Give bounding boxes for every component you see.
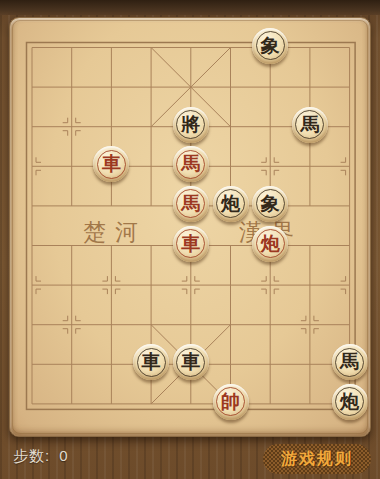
piece-glyph: 炮 (332, 384, 368, 420)
piece-glyph: 馬 (292, 107, 328, 143)
piece-glyph: 炮 (213, 186, 249, 222)
move-counter: 步数:0 (13, 447, 69, 466)
piece-black-horse[interactable]: 馬 (332, 344, 368, 380)
piece-glyph: 馬 (173, 146, 209, 182)
top-wood-band (0, 0, 380, 15)
move-count-label: 步数: (13, 447, 50, 464)
piece-black-horse[interactable]: 馬 (292, 107, 328, 143)
piece-glyph: 車 (173, 344, 209, 380)
piece-red-cannon[interactable]: 炮 (252, 226, 288, 262)
piece-black-elephant[interactable]: 象 (252, 28, 288, 64)
move-count-value: 0 (59, 447, 68, 464)
piece-red-horse[interactable]: 馬 (173, 186, 209, 222)
piece-glyph: 炮 (252, 226, 288, 262)
xiangqi-board[interactable]: 楚河 漢界 象將馬車馬馬炮象車炮車車馬帥炮 (9, 17, 371, 437)
piece-glyph: 帥 (213, 384, 249, 420)
game-rules-button[interactable]: 游戏规则 (263, 444, 371, 474)
piece-glyph: 象 (252, 186, 288, 222)
piece-black-chariot[interactable]: 車 (173, 344, 209, 380)
piece-glyph: 象 (252, 28, 288, 64)
piece-red-chariot[interactable]: 車 (173, 226, 209, 262)
piece-glyph: 車 (173, 226, 209, 262)
piece-black-general[interactable]: 將 (173, 107, 209, 143)
piece-black-cannon[interactable]: 炮 (332, 384, 368, 420)
piece-glyph: 車 (93, 146, 129, 182)
river-label-left: 楚河 (83, 217, 147, 248)
piece-glyph: 將 (173, 107, 209, 143)
piece-red-chariot[interactable]: 車 (93, 146, 129, 182)
piece-red-general[interactable]: 帥 (213, 384, 249, 420)
status-bar: 步数:0 游戏规则 (0, 437, 380, 479)
piece-red-horse[interactable]: 馬 (173, 146, 209, 182)
piece-black-elephant[interactable]: 象 (252, 186, 288, 222)
piece-glyph: 馬 (332, 344, 368, 380)
piece-black-cannon[interactable]: 炮 (213, 186, 249, 222)
piece-glyph: 車 (133, 344, 169, 380)
piece-glyph: 馬 (173, 186, 209, 222)
piece-black-chariot[interactable]: 車 (133, 344, 169, 380)
